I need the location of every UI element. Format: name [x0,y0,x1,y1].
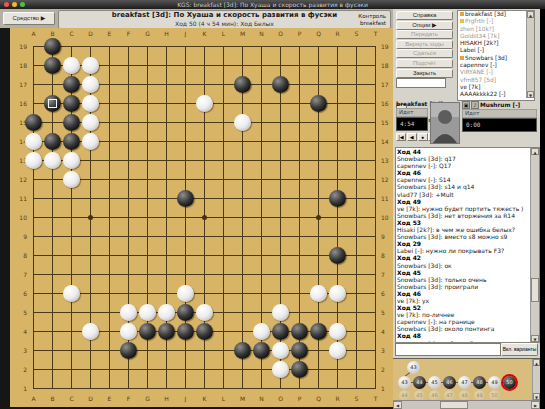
coord-label: 8 [11,252,27,259]
coord-label: 3 [381,347,393,354]
coord-label: 6 [381,290,393,297]
tree-move-48[interactable]: 48 [473,376,486,389]
chat-message: Snowbars [3d]: нет вторжения за R14 [397,212,530,219]
stone-B18 [44,57,61,74]
stone-P4 [291,323,308,340]
side-input[interactable] [396,78,446,88]
coord-label: C [67,30,76,37]
players-area: breakfast [3d] Идет 4:54 ▣♪Mushrum [-] И… [396,101,537,145]
tree-ghost-move[interactable]: 48 [459,390,470,400]
chat-scrollbar[interactable]: ▲ ▼ [530,148,539,342]
coord-label: 17 [11,81,27,88]
coord-label: 8 [381,252,393,259]
stone-P2 [291,361,308,378]
game-header: Средство ▶ breakfast [3d]: По Хуаша и ск… [0,9,393,28]
сдаться-button[interactable]: Сдаться [396,49,453,58]
window-titlebar[interactable]: KGS: breakfast [3d]: По Хуаша и скорость… [0,0,545,9]
user-list-item[interactable]: ve [7k] [458,84,534,91]
go-board[interactable]: AABBCCDDEEFFGGHHJJKKLLMMNNOOPPQQRRSSTT19… [10,28,393,407]
coord-label: 19 [381,43,393,50]
chat-move-header: Ход 46 [397,169,530,176]
chat-message: ve [7k]: по-личнее [397,311,530,318]
chat-move-header: Ход 45 [397,269,530,276]
coord-label: R [333,30,342,37]
coord-label: 5 [11,309,27,316]
stone-C18 [63,57,80,74]
stone-O2 [272,361,289,378]
coord-label: P [295,30,304,37]
coord-label: 12 [381,176,393,183]
chat-move-header: Ход 42 [397,254,530,261]
stone-Q6 [310,285,327,302]
chat-message: Labei [-]: нужно ли покрывать F3? [397,247,530,254]
user-list-item[interactable]: vfm857 [5d] [458,77,534,84]
chat-move-header: Ход 49 [397,198,530,205]
chat-message: ve [7k]: ух [397,297,530,304]
stone-J5 [177,304,194,321]
coord-label: T [371,395,380,402]
coord-label: 11 [11,195,27,202]
stone-N4 [253,323,270,340]
coord-label: 7 [381,271,393,278]
white-player-card: breakfast [3d] Идет 4:54 [396,101,428,131]
закрыть-button[interactable]: Закрыть [396,69,453,78]
coord-label: E [105,395,114,402]
user-list-item[interactable]: AAAAkkkk22 [-] [458,91,534,98]
справка-button[interactable]: Справка [396,11,453,20]
user-list-item[interactable]: Labei [-] [458,47,534,54]
stone-O3 [272,342,289,359]
coord-label: G [143,395,152,402]
control-label: Контроль [358,13,386,20]
user-list[interactable]: breakfast [3d]Prgfrth [-]zhen [10k?]Gold… [457,10,535,101]
coord-label: 18 [381,62,393,69]
coord-label: D [86,30,95,37]
stone-D15 [82,114,99,131]
stone-C15 [63,114,80,131]
stone-A13 [25,152,42,169]
coord-label: 10 [11,214,27,221]
chat-message: Snowbars [3d]: ок [397,262,530,269]
chat-message: ve [7k]: нужно будет портить тяжесть ) [397,205,530,212]
coord-label: F [124,395,133,402]
chat-scroll-thumb[interactable] [531,278,539,302]
kgs-game-window: KGS: breakfast [3d]: По Хуаша и скорость… [0,0,545,409]
coord-label: 5 [381,309,393,316]
coord-label: K [200,395,209,402]
scroll-up-icon[interactable]: ▲ [527,11,534,18]
stone-R6 [329,285,346,302]
coord-label: 13 [381,157,393,164]
coord-label: 1 [11,385,27,392]
stone-A14 [25,133,42,150]
tree-horizontal-scrollbar[interactable]: ◀ ▶ [393,400,540,409]
coord-label: N [257,30,266,37]
stone-C12 [63,171,80,188]
coord-label: F [124,30,133,37]
chat-move-header: Ход 44 [397,148,530,155]
stone-C17 [63,76,80,93]
white-player-name: breakfast [3d] [396,101,428,108]
chat-message: Snowbars [3d]: q17 [397,155,530,162]
stone-N3 [253,342,270,359]
user-list-item[interactable]: Goldst34 [7k] [458,33,534,40]
coord-label: B [48,395,57,402]
black-player-status: Идет [462,109,537,118]
stone-B14 [44,133,61,150]
stone-B19 [44,38,61,55]
coord-label: S [352,30,361,37]
star-point [202,215,207,220]
stone-K5 [196,304,213,321]
coord-label: L [219,395,228,402]
передать-button[interactable]: Передать [396,30,453,39]
coord-label: H [162,30,171,37]
user-list-item[interactable]: zhen [10k?] [458,26,534,33]
coord-label: 16 [11,100,27,107]
chat-move-header: Ход 29 [397,240,530,247]
tools-menu-button[interactable]: Средство ▶ [3,12,55,25]
chat-message: vlad77 [3d]: +Mult [397,191,530,198]
stone-P3 [291,342,308,359]
coord-label: A [29,395,38,402]
move-status: Ход 50 (4 ч 54 мин): Ход Белых [59,20,390,27]
scroll-down-icon[interactable]: ▼ [527,91,534,98]
coord-label: 15 [381,119,393,126]
tree-hscroll-thumb[interactable] [440,401,468,409]
player-stone-icon [460,19,464,23]
stone-G4 [139,323,156,340]
user-list-scrollbar[interactable]: ▲ ▼ [526,11,534,98]
coord-label: 9 [11,233,27,240]
tree-ghost-move[interactable]: 50 [489,390,500,400]
stone-F5 [120,304,137,321]
scroll-up-icon[interactable]: ▲ [531,148,539,155]
coord-label: K [200,30,209,37]
coord-label: 16 [381,100,393,107]
tree-ghost-move[interactable]: 44 [399,390,410,400]
tree-move-47[interactable]: 47 [458,376,471,389]
chat-message: Snowbars [3d]: только очень [397,276,530,283]
coord-label: 4 [381,328,393,335]
scroll-down-icon[interactable]: ▼ [531,335,539,342]
stone-C16 [63,95,80,112]
tree-move-44[interactable]: 44 [413,376,426,389]
chat-move-header: Ход 53 [397,219,530,226]
white-player-clock: 4:54 [396,117,428,131]
coord-label: 9 [381,233,393,240]
coord-label: 14 [381,138,393,145]
star-point [88,215,93,220]
coord-label: C [67,395,76,402]
coord-label: 19 [11,43,27,50]
tree-move-46[interactable]: 46 [443,376,456,389]
stone-O4 [272,323,289,340]
chat-message: capennev [-]: Q17 [397,162,530,169]
подсчёт-button[interactable]: Подсчёт [396,59,453,68]
stone-M15 [234,114,251,131]
stone-D16 [82,95,99,112]
player-stone-icon [460,56,464,60]
chat-message: Snowbars [3d]: около понтинга [397,325,530,332]
coord-label: 7 [11,271,27,278]
stone-J11 [177,190,194,207]
stone-R11 [329,190,346,207]
coord-label: 2 [11,366,27,373]
user-list-item[interactable]: Prgfrth [-] [458,18,534,25]
tree-ghost-move[interactable]: 45 [414,390,425,400]
chat-message: Snowbars [3d]: s14 и q14 [397,183,530,190]
stone-F4 [120,323,137,340]
user-list-item[interactable]: HISAKH [2k?] [458,40,534,47]
coord-label: 18 [11,62,27,69]
coord-label: 2 [381,366,393,373]
stone-H5 [158,304,175,321]
coord-label: 17 [381,81,393,88]
coord-label: T [371,30,380,37]
player-stone-icon [460,12,464,16]
chat-input[interactable] [395,343,501,356]
tree-move-49[interactable]: 49 [488,376,501,389]
stone-R8 [329,247,346,264]
stone-H4 [158,323,175,340]
board-canvas: AABBCCDDEEFFGGHHJJKKLLMMNNOOPPQQRRSSTT19… [0,28,393,409]
side-panel: СправкаОпции ▶ПередатьВернуть ходыСдатьс… [393,9,540,409]
tree-move-50[interactable]: 50 [503,376,516,389]
black-player-name: ▣♪Mushrum [-] [462,101,537,109]
coord-label: S [352,395,361,402]
stone-C14 [63,133,80,150]
stone-D17 [82,76,99,93]
coord-label: 10 [381,214,393,221]
move-tree[interactable]: 43434445464748495044454647484950 ▲ ▼ [393,358,540,400]
black-player-card: ▣♪Mushrum [-] Идет 0:00 [462,101,537,132]
stone-K4 [196,323,213,340]
coord-label: J [181,30,190,37]
star-point [316,215,321,220]
scroll-down-icon[interactable]: ▼ [533,393,540,400]
tree-move-45[interactable]: 45 [428,376,441,389]
coord-label: Q [314,30,323,37]
coord-label: A [29,30,38,37]
coord-label: J [181,395,190,402]
game-title: breakfast [3d]: По Хуаша и скорость разв… [59,11,390,20]
stone-M3 [234,342,251,359]
game-info-panel: breakfast [3d]: По Хуаша и скорость разв… [58,10,391,29]
stone-B13 [44,152,61,169]
black-player-clock: 0:00 [462,118,537,132]
scroll-up-icon[interactable]: ▲ [533,359,540,366]
coord-label: 4 [11,328,27,335]
coord-label: 6 [11,290,27,297]
вернуть-ходы-button[interactable]: Вернуть ходы [396,40,453,49]
coord-label: R [333,395,342,402]
tree-ghost-move[interactable]: 47 [444,390,455,400]
mic-icon: ♪ [471,101,479,109]
chat-message: capennev [-]: на границе [397,318,530,325]
variations-toggle-button[interactable]: Вкл. варианты [501,343,538,356]
coord-label: 11 [381,195,393,202]
stone-D4 [82,323,99,340]
stone-A15 [25,114,42,131]
chat-log[interactable]: Ход 44Snowbars [3d]: q17capennev [-]: Q1… [395,147,540,343]
coord-label: P [295,395,304,402]
stone-Q16 [310,95,327,112]
chat-move-header: Ход 46 [397,290,530,297]
coord-label: B [48,30,57,37]
last-move-marker [48,99,57,108]
user-list-item[interactable]: breakfast [3d] [458,11,534,18]
stone-F3 [120,342,137,359]
chat-message: capennev [-]: S14 [397,176,530,183]
stone-O17 [272,76,289,93]
scroll-left-icon[interactable]: ◀ [393,401,402,409]
chat-move-header: Ход 52 [397,304,530,311]
coord-label: N [257,395,266,402]
tree-move-43[interactable]: 43 [407,361,420,374]
stone-R4 [329,323,346,340]
coord-label: O [276,30,285,37]
coord-label: 1 [381,385,393,392]
coord-label: M [238,30,247,37]
stone-C13 [63,152,80,169]
stone-Q4 [310,323,327,340]
chat-input-row: Вкл. варианты [395,343,538,356]
coord-label: L [219,30,228,37]
tree-ghost-move[interactable]: 46 [429,390,440,400]
user-list-item[interactable]: Snowbars [3d] [458,55,534,62]
user-list-item[interactable]: VIRYANE [-] [458,69,534,76]
control-owner: Контроль breakfast [358,13,386,26]
stone-J6 [177,285,194,302]
coord-label: M [238,395,247,402]
coord-label: E [105,30,114,37]
camera-icon: ▣ [462,101,470,109]
chat-message: Hisaki [2k?]: в чем же ошибка белых? [397,226,530,233]
chat-move-header: Ход 48 [397,332,530,339]
tree-move-43[interactable]: 43 [398,376,411,389]
user-list-item[interactable]: capennev [-] [458,62,534,69]
tree-ghost-move[interactable]: 49 [474,390,485,400]
stone-D14 [82,133,99,150]
coord-label: Q [314,395,323,402]
coord-label: H [162,395,171,402]
window-title: KGS: breakfast [3d]: По Хуаша и скорость… [0,1,545,8]
white-player-status: Идет [396,108,428,117]
stone-M17 [234,76,251,93]
stone-J4 [177,323,194,340]
coord-label: D [86,395,95,402]
chat-message: Snowbars [3d]: проиграли [397,283,530,290]
avatar [430,102,460,144]
stone-G5 [139,304,156,321]
опции--button[interactable]: Опции ▶ [396,21,453,30]
coord-label: G [143,30,152,37]
stone-K16 [196,95,213,112]
coord-label: 12 [11,176,27,183]
tree-scrollbar[interactable]: ▲ ▼ [532,359,540,400]
coord-label: 3 [11,347,27,354]
stone-D18 [82,57,99,74]
control-value: breakfast [358,20,386,27]
stone-O5 [272,304,289,321]
chat-message: Snowbars [3d]: вместо s8 можно s9 [397,233,530,240]
scroll-right-icon[interactable]: ▶ [531,401,540,409]
coord-label: O [276,395,285,402]
stone-R3 [329,342,346,359]
stone-C6 [63,285,80,302]
